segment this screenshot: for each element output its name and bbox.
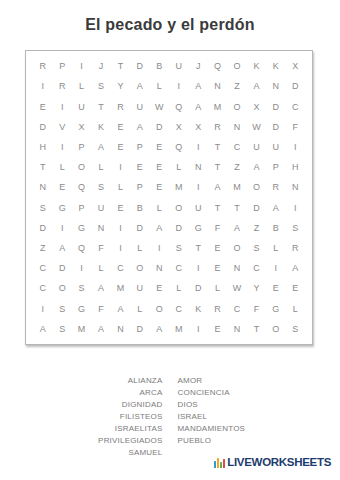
grid-cell-r12c8[interactable]: L [169,278,188,298]
grid-cell-r8c6[interactable]: B [130,197,149,217]
grid-cell-r1c7[interactable]: B [150,56,169,76]
grid-cell-r14c13[interactable]: O [266,319,285,339]
grid-cell-r5c10[interactable]: T [208,137,227,157]
grid-cell-r8c11[interactable]: T [227,197,246,217]
grid-cell-r1c5[interactable]: T [111,56,130,76]
grid-cell-r14c14[interactable]: S [286,319,305,339]
word-item: MANDAMIENTOS [178,423,293,435]
grid-cell-r6c6[interactable]: E [130,157,149,177]
grid-cell-r12c14[interactable]: E [286,278,305,298]
grid-cell-r14c8[interactable]: M [169,319,188,339]
grid-cell-r3c10[interactable]: M [208,96,227,116]
grid-cell-r11c14[interactable]: A [286,258,305,278]
grid-cell-r8c5[interactable]: E [111,197,130,217]
grid-cell-r3c2[interactable]: I [52,96,71,116]
grid-cell-r10c10[interactable]: E [208,238,227,258]
grid-cell-r13c5[interactable]: A [111,299,130,319]
grid-cell-r13c11[interactable]: C [227,299,246,319]
grid-cell-r9c10[interactable]: F [208,218,227,238]
grid-cell-r4c2[interactable]: V [52,117,71,137]
grid-cell-r4c10[interactable]: R [208,117,227,137]
grid-cell-r10c11[interactable]: O [227,238,246,258]
word-item: PUEBLO [178,435,293,447]
grid-cell-r12c6[interactable]: U [130,278,149,298]
grid-cell-r5c6[interactable]: P [130,137,149,157]
grid-cell-r9c3[interactable]: G [72,218,91,238]
grid-cell-r9c12[interactable]: Z [247,218,266,238]
grid-cell-r3c1[interactable]: E [33,96,52,116]
grid-cell-r14c7[interactable]: A [150,319,169,339]
grid-cell-r3c12[interactable]: X [247,96,266,116]
grid-cell-r13c1[interactable]: I [33,299,52,319]
word-list-left: ALIANZAARCADIGNIDADFILISTEOSISRAELITASPR… [48,375,163,459]
footer: LIVEWORKSHEETS [214,456,331,468]
grid-cell-r14c4[interactable]: A [91,319,110,339]
grid-cell-r13c12[interactable]: F [247,299,266,319]
grid-cell-r2c14[interactable]: D [286,76,305,96]
grid-cell-r8c13[interactable]: A [266,197,285,217]
grid-cell-r6c4[interactable]: L [91,157,110,177]
grid-cell-r4c13[interactable]: D [266,117,285,137]
grid-cell-r11c2[interactable]: D [52,258,71,278]
grid-cell-r5c9[interactable]: I [188,137,207,157]
grid-cell-r7c12[interactable]: O [247,177,266,197]
grid-cell-r8c4[interactable]: U [91,197,110,217]
grid-cell-r3c9[interactable]: A [188,96,207,116]
grid-cell-r8c1[interactable]: S [33,197,52,217]
grid-cell-r5c14[interactable]: I [286,137,305,157]
grid-cell-r8c2[interactable]: G [52,197,71,217]
grid-cell-r10c1[interactable]: Z [33,238,52,258]
grid-cell-r5c4[interactable]: A [91,137,110,157]
grid-cell-r7c9[interactable]: I [188,177,207,197]
grid-cell-r9c14[interactable]: S [286,218,305,238]
word-item: AMOR [178,375,293,387]
grid-cell-r12c4[interactable]: A [91,278,110,298]
grid-cell-r12c12[interactable]: Y [247,278,266,298]
grid-cell-r14c12[interactable]: T [247,319,266,339]
grid-cell-r4c7[interactable]: D [150,117,169,137]
grid-cell-r14c5[interactable]: N [111,319,130,339]
grid-cell-r1c12[interactable]: K [247,56,266,76]
word-item: CONCIENCIA [178,387,293,399]
grid-cell-r1c2[interactable]: P [52,56,71,76]
grid-cell-r11c5[interactable]: C [111,258,130,278]
grid-cell-r7c6[interactable]: P [130,177,149,197]
grid-cell-r2c1[interactable]: I [33,76,52,96]
grid-cell-r7c3[interactable]: Q [72,177,91,197]
grid-cell-r10c8[interactable]: S [169,238,188,258]
grid-cell-r6c14[interactable]: H [286,157,305,177]
grid-cell-r6c3[interactable]: O [72,157,91,177]
grid-cell-r2c3[interactable]: L [72,76,91,96]
word-item: FILISTEOS [48,411,163,423]
grid-cell-r13c7[interactable]: O [150,299,169,319]
grid-cell-r3c14[interactable]: C [286,96,305,116]
grid-cell-r6c10[interactable]: T [208,157,227,177]
grid-cell-r9c6[interactable]: D [130,218,149,238]
grid-cell-r8c3[interactable]: P [72,197,91,217]
word-item: PRIVILEGIADOS [48,435,163,447]
grid-cell-r2c8[interactable]: I [169,76,188,96]
word-item: DIGNIDAD [48,399,163,411]
grid-cell-r4c6[interactable]: A [130,117,149,137]
grid-cell-r11c8[interactable]: C [169,258,188,278]
grid-cell-r11c12[interactable]: C [247,258,266,278]
grid-cell-r11c9[interactable]: I [188,258,207,278]
grid-cell-r8c9[interactable]: U [188,197,207,217]
grid-cell-r11c7[interactable]: N [150,258,169,278]
grid-cell-r8c10[interactable]: T [208,197,227,217]
grid-cell-r5c5[interactable]: E [111,137,130,157]
grid-cell-r6c11[interactable]: Z [227,157,246,177]
grid-cell-r1c14[interactable]: X [286,56,305,76]
grid-cell-r1c13[interactable]: K [266,56,285,76]
grid-cell-r7c4[interactable]: S [91,177,110,197]
word-item: SAMUEL [48,447,163,459]
grid-cell-r1c6[interactable]: D [130,56,149,76]
grid-cell-r8c7[interactable]: L [150,197,169,217]
grid-cell-r8c8[interactable]: O [169,197,188,217]
word-list: ALIANZAARCADIGNIDADFILISTEOSISRAELITASPR… [0,375,340,459]
grid-cell-r12c5[interactable]: M [111,278,130,298]
grid-cell-r3c5[interactable]: R [111,96,130,116]
grid-cell-r13c8[interactable]: C [169,299,188,319]
grid-cell-r7c10[interactable]: A [208,177,227,197]
grid-cell-r6c5[interactable]: I [111,157,130,177]
grid-cell-r10c7[interactable]: I [150,238,169,258]
grid-cell-r5c3[interactable]: P [72,137,91,157]
grid-cell-r8c14[interactable]: I [286,197,305,217]
grid-cell-r5c11[interactable]: C [227,137,246,157]
grid-cell-r7c11[interactable]: M [227,177,246,197]
word-item: ARCA [48,387,163,399]
grid-cell-r4c11[interactable]: N [227,117,246,137]
grid-cell-r4c4[interactable]: K [91,117,110,137]
grid-cell-r2c5[interactable]: Y [111,76,130,96]
grid-cell-r10c2[interactable]: A [52,238,71,258]
grid-cell-r7c5[interactable]: L [111,177,130,197]
grid-cell-r9c1[interactable]: D [33,218,52,238]
grid-cell-r9c2[interactable]: I [52,218,71,238]
grid-cell-r1c10[interactable]: Q [208,56,227,76]
grid-cell-r12c1[interactable]: C [33,278,52,298]
grid-cell-r13c13[interactable]: G [266,299,285,319]
grid-cell-r6c1[interactable]: T [33,157,52,177]
grid-cell-r2c11[interactable]: Z [227,76,246,96]
grid-cell-r6c9[interactable]: N [188,157,207,177]
grid-cell-r7c7[interactable]: E [150,177,169,197]
word-item: DIOS [178,399,293,411]
grid-cell-r12c13[interactable]: E [266,278,285,298]
grid-cell-r11c11[interactable]: N [227,258,246,278]
word-item: ALIANZA [48,375,163,387]
grid-cell-r14c2[interactable]: S [52,319,71,339]
word-search-grid: RPIJTDBUJQOKKXIRLSYALIANZANDEIUTRUWQAMOX… [26,51,312,344]
grid-cell-r11c4[interactable]: L [91,258,110,278]
grid-cell-r14c9[interactable]: I [188,319,207,339]
grid-cell-r11c1[interactable]: C [33,258,52,278]
grid-cell-r3c6[interactable]: U [130,96,149,116]
grid-cell-r1c8[interactable]: U [169,56,188,76]
grid-cell-r13c6[interactable]: L [130,299,149,319]
grid-cell-r12c2[interactable]: O [52,278,71,298]
grid-cell-r2c13[interactable]: N [266,76,285,96]
grid-cell-r2c9[interactable]: A [188,76,207,96]
grid-cell-r13c10[interactable]: R [208,299,227,319]
grid-cell-r3c8[interactable]: Q [169,96,188,116]
grid-cell-r12c7[interactable]: E [150,278,169,298]
grid-cell-r6c7[interactable]: E [150,157,169,177]
grid-cell-r13c2[interactable]: S [52,299,71,319]
grid-cell-r5c13[interactable]: U [266,137,285,157]
grid-cell-r10c9[interactable]: T [188,238,207,258]
grid-cell-r14c10[interactable]: E [208,319,227,339]
grid-cell-r11c10[interactable]: E [208,258,227,278]
grid-cell-r14c6[interactable]: D [130,319,149,339]
grid-cell-r9c5[interactable]: I [111,218,130,238]
grid-cell-r4c12[interactable]: W [247,117,266,137]
grid-cell-r10c3[interactable]: Q [72,238,91,258]
grid-cell-r3c13[interactable]: D [266,96,285,116]
grid-cell-r14c11[interactable]: N [227,319,246,339]
grid-cell-r13c3[interactable]: G [72,299,91,319]
grid-cell-r1c11[interactable]: O [227,56,246,76]
grid-cell-r9c13[interactable]: B [266,218,285,238]
grid-cell-r13c9[interactable]: K [188,299,207,319]
grid-cell-r9c8[interactable]: D [169,218,188,238]
grid-cell-r4c14[interactable]: F [286,117,305,137]
grid-cell-r6c13[interactable]: P [266,157,285,177]
grid-cell-r3c7[interactable]: W [150,96,169,116]
grid-cell-r12c3[interactable]: S [72,278,91,298]
grid-cell-r10c5[interactable]: I [111,238,130,258]
grid-cell-r7c1[interactable]: N [33,177,52,197]
grid-cell-r14c1[interactable]: A [33,319,52,339]
puzzle-title: El pecado y el perdón [0,16,340,34]
grid-cell-r3c11[interactable]: O [227,96,246,116]
grid-cell-r7c14[interactable]: N [286,177,305,197]
grid-cell-r2c7[interactable]: L [150,76,169,96]
grid-cell-r9c4[interactable]: N [91,218,110,238]
grid-cell-r5c8[interactable]: Q [169,137,188,157]
word-item: ISRAELITAS [48,423,163,435]
grid-cell-r4c9[interactable]: X [188,117,207,137]
grid-cell-r1c4[interactable]: J [91,56,110,76]
grid-cell-r6c2[interactable]: L [52,157,71,177]
grid-cell-r12c9[interactable]: D [188,278,207,298]
grid-cell-r4c8[interactable]: X [169,117,188,137]
grid-cell-r10c13[interactable]: L [266,238,285,258]
grid-cell-r6c8[interactable]: L [169,157,188,177]
grid-cell-r10c6[interactable]: L [130,238,149,258]
grid-cell-r5c1[interactable]: H [33,137,52,157]
grid-cell-r1c1[interactable]: R [33,56,52,76]
liveworksheets-brand: LIVEWORKSHEETS [227,456,331,468]
grid-cell-r13c4[interactable]: F [91,299,110,319]
grid-cell-r2c10[interactable]: N [208,76,227,96]
grid-cell-r4c1[interactable]: D [33,117,52,137]
grid-cell-r9c7[interactable]: A [150,218,169,238]
grid-cell-r9c9[interactable]: G [188,218,207,238]
grid-cell-r7c13[interactable]: R [266,177,285,197]
grid-cell-r5c7[interactable]: E [150,137,169,157]
grid-cell-r7c8[interactable]: M [169,177,188,197]
grid-cell-r5c12[interactable]: U [247,137,266,157]
grid-cell-r12c11[interactable]: W [227,278,246,298]
word-search-board: RPIJTDBUJQOKKXIRLSYALIANZANDEIUTRUWQAMOX… [25,50,313,345]
grid-cell-r8c12[interactable]: D [247,197,266,217]
grid-cell-r1c9[interactable]: J [188,56,207,76]
grid-cell-r10c14[interactable]: R [286,238,305,258]
word-list-right: AMORCONCIENCIADIOSISRAELMANDAMIENTOSPUEB… [178,375,293,459]
grid-cell-r13c14[interactable]: L [286,299,305,319]
grid-cell-r12c10[interactable]: L [208,278,227,298]
grid-cell-r2c6[interactable]: A [130,76,149,96]
grid-cell-r11c6[interactable]: O [130,258,149,278]
grid-cell-r7c2[interactable]: E [52,177,71,197]
grid-cell-r10c12[interactable]: S [247,238,266,258]
grid-cell-r14c3[interactable]: M [72,319,91,339]
grid-cell-r4c5[interactable]: E [111,117,130,137]
grid-cell-r2c2[interactable]: R [52,76,71,96]
liveworksheets-logo-icon [214,458,225,468]
word-item: ISRAEL [178,411,293,423]
grid-cell-r2c4[interactable]: S [91,76,110,96]
grid-cell-r9c11[interactable]: A [227,218,246,238]
grid-cell-r11c13[interactable]: I [266,258,285,278]
grid-cell-r3c3[interactable]: U [72,96,91,116]
grid-cell-r5c2[interactable]: I [52,137,71,157]
grid-cell-r10c4[interactable]: F [91,238,110,258]
grid-cell-r2c12[interactable]: A [247,76,266,96]
grid-cell-r1c3[interactable]: I [72,56,91,76]
grid-cell-r6c12[interactable]: A [247,157,266,177]
grid-cell-r4c3[interactable]: X [72,117,91,137]
grid-cell-r3c4[interactable]: T [91,96,110,116]
grid-cell-r11c3[interactable]: I [72,258,91,278]
worksheet-page: El pecado y el perdón RPIJTDBUJQOKKXIRLS… [0,0,340,480]
